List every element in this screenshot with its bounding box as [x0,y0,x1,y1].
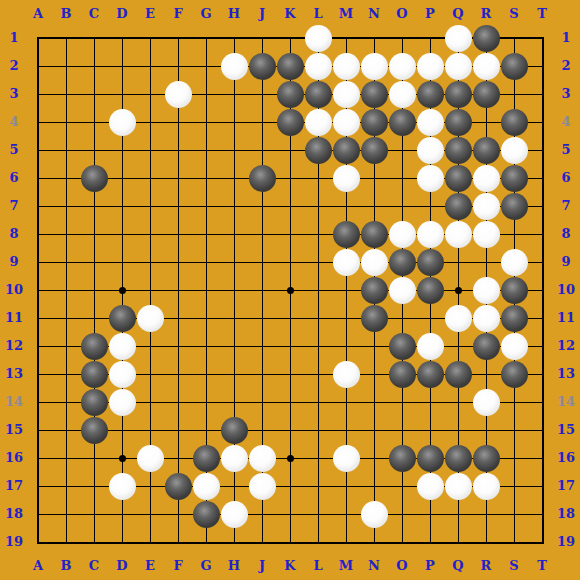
row-label-8: 8 [0,220,28,248]
col-label-L: L [304,552,332,580]
stone-white-H16 [221,445,248,472]
stone-white-R17 [473,473,500,500]
stone-white-Q1 [445,25,472,52]
col-label-D: D [108,552,136,580]
stone-black-O9 [389,249,416,276]
row-label-4: 4 [0,108,28,136]
stone-white-R6 [473,165,500,192]
row-label-1: 1 [552,24,580,52]
stone-black-S7 [501,193,528,220]
col-label-E: E [136,0,164,28]
stone-black-C14 [81,389,108,416]
stone-black-G16 [193,445,220,472]
stone-white-F3 [165,81,192,108]
row-label-12: 12 [552,332,580,360]
row-label-15: 15 [552,416,580,444]
row-label-18: 18 [0,500,28,528]
stone-black-N5 [361,137,388,164]
stone-white-G17 [193,473,220,500]
stone-white-L1 [305,25,332,52]
col-label-G: G [192,0,220,28]
col-label-A: A [24,552,52,580]
stone-white-P17 [417,473,444,500]
stone-white-O10 [389,277,416,304]
stone-white-H18 [221,501,248,528]
col-label-B: B [52,552,80,580]
stone-black-R16 [473,445,500,472]
stone-black-Q13 [445,361,472,388]
col-label-F: F [164,552,192,580]
stone-white-Q17 [445,473,472,500]
stone-black-Q16 [445,445,472,472]
stone-white-R14 [473,389,500,416]
stone-black-H15 [221,417,248,444]
stone-black-C15 [81,417,108,444]
col-label-D: D [108,0,136,28]
row-label-10: 10 [0,276,28,304]
stone-black-M5 [333,137,360,164]
stone-black-N4 [361,109,388,136]
stone-white-M4 [333,109,360,136]
stone-black-O12 [389,333,416,360]
row-label-11: 11 [0,304,28,332]
star-point-K16 [287,455,294,462]
col-label-N: N [360,0,388,28]
stone-white-P4 [417,109,444,136]
col-label-C: C [80,552,108,580]
stone-black-Q7 [445,193,472,220]
col-label-M: M [332,0,360,28]
col-label-G: G [192,552,220,580]
stone-black-Q3 [445,81,472,108]
row-label-13: 13 [0,360,28,388]
stone-black-K2 [277,53,304,80]
star-point-Q10 [455,287,462,294]
stone-black-S10 [501,277,528,304]
stone-black-S6 [501,165,528,192]
row-label-16: 16 [552,444,580,472]
stone-white-D17 [109,473,136,500]
row-label-9: 9 [0,248,28,276]
col-label-Q: Q [444,552,472,580]
stone-white-R2 [473,53,500,80]
col-label-S: S [500,0,528,28]
stone-black-N11 [361,305,388,332]
col-label-S: S [500,552,528,580]
stone-black-P16 [417,445,444,472]
stone-white-N2 [361,53,388,80]
stone-white-D13 [109,361,136,388]
col-label-J: J [248,552,276,580]
stone-white-S12 [501,333,528,360]
row-label-3: 3 [552,80,580,108]
stone-white-O2 [389,53,416,80]
stone-white-R8 [473,221,500,248]
col-label-L: L [304,0,332,28]
stone-white-J17 [249,473,276,500]
stone-black-C12 [81,333,108,360]
stone-white-P8 [417,221,444,248]
row-label-17: 17 [0,472,28,500]
stone-white-M3 [333,81,360,108]
row-label-16: 16 [0,444,28,472]
stone-white-Q8 [445,221,472,248]
stone-black-F17 [165,473,192,500]
stone-black-Q5 [445,137,472,164]
col-label-N: N [360,552,388,580]
col-label-E: E [136,552,164,580]
row-label-8: 8 [552,220,580,248]
star-point-K10 [287,287,294,294]
star-point-D16 [119,455,126,462]
col-label-B: B [52,0,80,28]
stone-black-K4 [277,109,304,136]
col-label-P: P [416,552,444,580]
stone-black-C13 [81,361,108,388]
stone-white-D12 [109,333,136,360]
col-label-O: O [388,0,416,28]
stone-black-L5 [305,137,332,164]
col-label-J: J [248,0,276,28]
stone-black-J2 [249,53,276,80]
stone-black-O4 [389,109,416,136]
stone-black-C6 [81,165,108,192]
row-label-10: 10 [552,276,580,304]
row-label-6: 6 [0,164,28,192]
col-label-Q: Q [444,0,472,28]
stone-white-E11 [137,305,164,332]
stone-black-O13 [389,361,416,388]
row-label-2: 2 [0,52,28,80]
row-label-13: 13 [552,360,580,388]
col-label-K: K [276,0,304,28]
stone-white-O3 [389,81,416,108]
row-label-5: 5 [0,136,28,164]
stone-black-S11 [501,305,528,332]
row-label-15: 15 [0,416,28,444]
row-label-3: 3 [0,80,28,108]
stone-black-N8 [361,221,388,248]
stone-white-Q2 [445,53,472,80]
stone-black-Q6 [445,165,472,192]
row-label-4: 4 [552,108,580,136]
stone-black-R12 [473,333,500,360]
stone-black-Q4 [445,109,472,136]
row-label-14: 14 [0,388,28,416]
col-label-R: R [472,552,500,580]
row-label-9: 9 [552,248,580,276]
stone-white-Q11 [445,305,472,332]
col-label-C: C [80,0,108,28]
col-label-F: F [164,0,192,28]
stone-white-R7 [473,193,500,220]
row-label-5: 5 [552,136,580,164]
stone-white-R10 [473,277,500,304]
stone-black-O16 [389,445,416,472]
col-label-H: H [220,0,248,28]
row-label-17: 17 [552,472,580,500]
col-label-H: H [220,552,248,580]
stone-white-N18 [361,501,388,528]
row-label-7: 7 [552,192,580,220]
row-label-19: 19 [552,528,580,556]
stone-black-J6 [249,165,276,192]
stone-black-M8 [333,221,360,248]
stone-black-R3 [473,81,500,108]
col-label-M: M [332,552,360,580]
stone-white-N9 [361,249,388,276]
col-label-K: K [276,552,304,580]
row-label-18: 18 [552,500,580,528]
col-label-P: P [416,0,444,28]
stone-white-E16 [137,445,164,472]
stone-white-M13 [333,361,360,388]
stone-white-P6 [417,165,444,192]
row-label-7: 7 [0,192,28,220]
stone-black-G18 [193,501,220,528]
stone-white-L4 [305,109,332,136]
stone-white-M16 [333,445,360,472]
stone-black-K3 [277,81,304,108]
stone-white-H2 [221,53,248,80]
col-label-O: O [388,552,416,580]
row-label-14: 14 [552,388,580,416]
stone-black-D11 [109,305,136,332]
row-label-11: 11 [552,304,580,332]
stone-white-J16 [249,445,276,472]
stone-black-R5 [473,137,500,164]
stone-black-P10 [417,277,444,304]
stone-black-N10 [361,277,388,304]
stone-black-N3 [361,81,388,108]
stone-white-D14 [109,389,136,416]
row-label-6: 6 [552,164,580,192]
col-label-R: R [472,0,500,28]
stone-white-O8 [389,221,416,248]
stone-black-P13 [417,361,444,388]
stone-white-P2 [417,53,444,80]
row-label-12: 12 [0,332,28,360]
stone-white-M2 [333,53,360,80]
stone-white-P12 [417,333,444,360]
star-point-D10 [119,287,126,294]
row-label-2: 2 [552,52,580,80]
stone-white-M9 [333,249,360,276]
stone-white-L2 [305,53,332,80]
stone-white-P5 [417,137,444,164]
stone-black-R1 [473,25,500,52]
stone-black-P9 [417,249,444,276]
stone-white-D4 [109,109,136,136]
stone-white-M6 [333,165,360,192]
col-label-A: A [24,0,52,28]
stone-black-P3 [417,81,444,108]
stone-black-L3 [305,81,332,108]
stone-white-S5 [501,137,528,164]
go-board-screenshot: AABBCCDDEEFFGGHHJJKKLLMMNNOOPPQQRRSSTT11… [0,0,580,580]
stone-black-S4 [501,109,528,136]
row-label-19: 19 [0,528,28,556]
row-label-1: 1 [0,24,28,52]
col-label-T: T [528,552,556,580]
stone-white-S9 [501,249,528,276]
stone-black-S2 [501,53,528,80]
stone-white-R11 [473,305,500,332]
stone-black-S13 [501,361,528,388]
